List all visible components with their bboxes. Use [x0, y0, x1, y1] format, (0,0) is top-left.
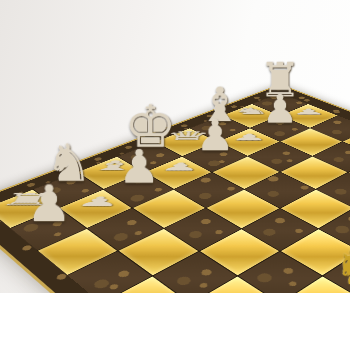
photo-bottom-margin [0, 293, 350, 350]
piece-silver-pawn-g7[interactable]: ♟ [74, 195, 122, 208]
square-c4[interactable] [316, 172, 350, 207]
chess-board: ♜♟♞♟♝♟♛♟♚♟♝♟♞♟♜♟ [0, 85, 350, 293]
photo-frame: ♜♟♞♟♝♟♛♟♚♟♝♟♞♟♜♟ ♞ [0, 0, 350, 350]
piece-silver-pawn-h7[interactable]: ♟ [26, 178, 71, 228]
studio-backdrop: ♜♟♞♟♝♟♛♟♚♟♝♟♞♟♜♟ ♞ [0, 0, 350, 293]
piece-silver-pawn-c7[interactable]: ♟ [230, 132, 267, 141]
piece-silver-pawn-b7[interactable]: ♟ [262, 89, 297, 128]
piece-silver-pawn-e7[interactable]: ♟ [159, 161, 201, 172]
square-g4[interactable] [153, 251, 236, 293]
square-f5[interactable] [165, 208, 241, 250]
piece-silver-pawn-d7[interactable]: ♟ [196, 114, 234, 156]
piece-silver-pawn-f7[interactable]: ♟ [118, 143, 159, 189]
board-grid: ♜♟♞♟♝♟♛♟♚♟♝♟♞♟♜♟ [0, 93, 350, 293]
